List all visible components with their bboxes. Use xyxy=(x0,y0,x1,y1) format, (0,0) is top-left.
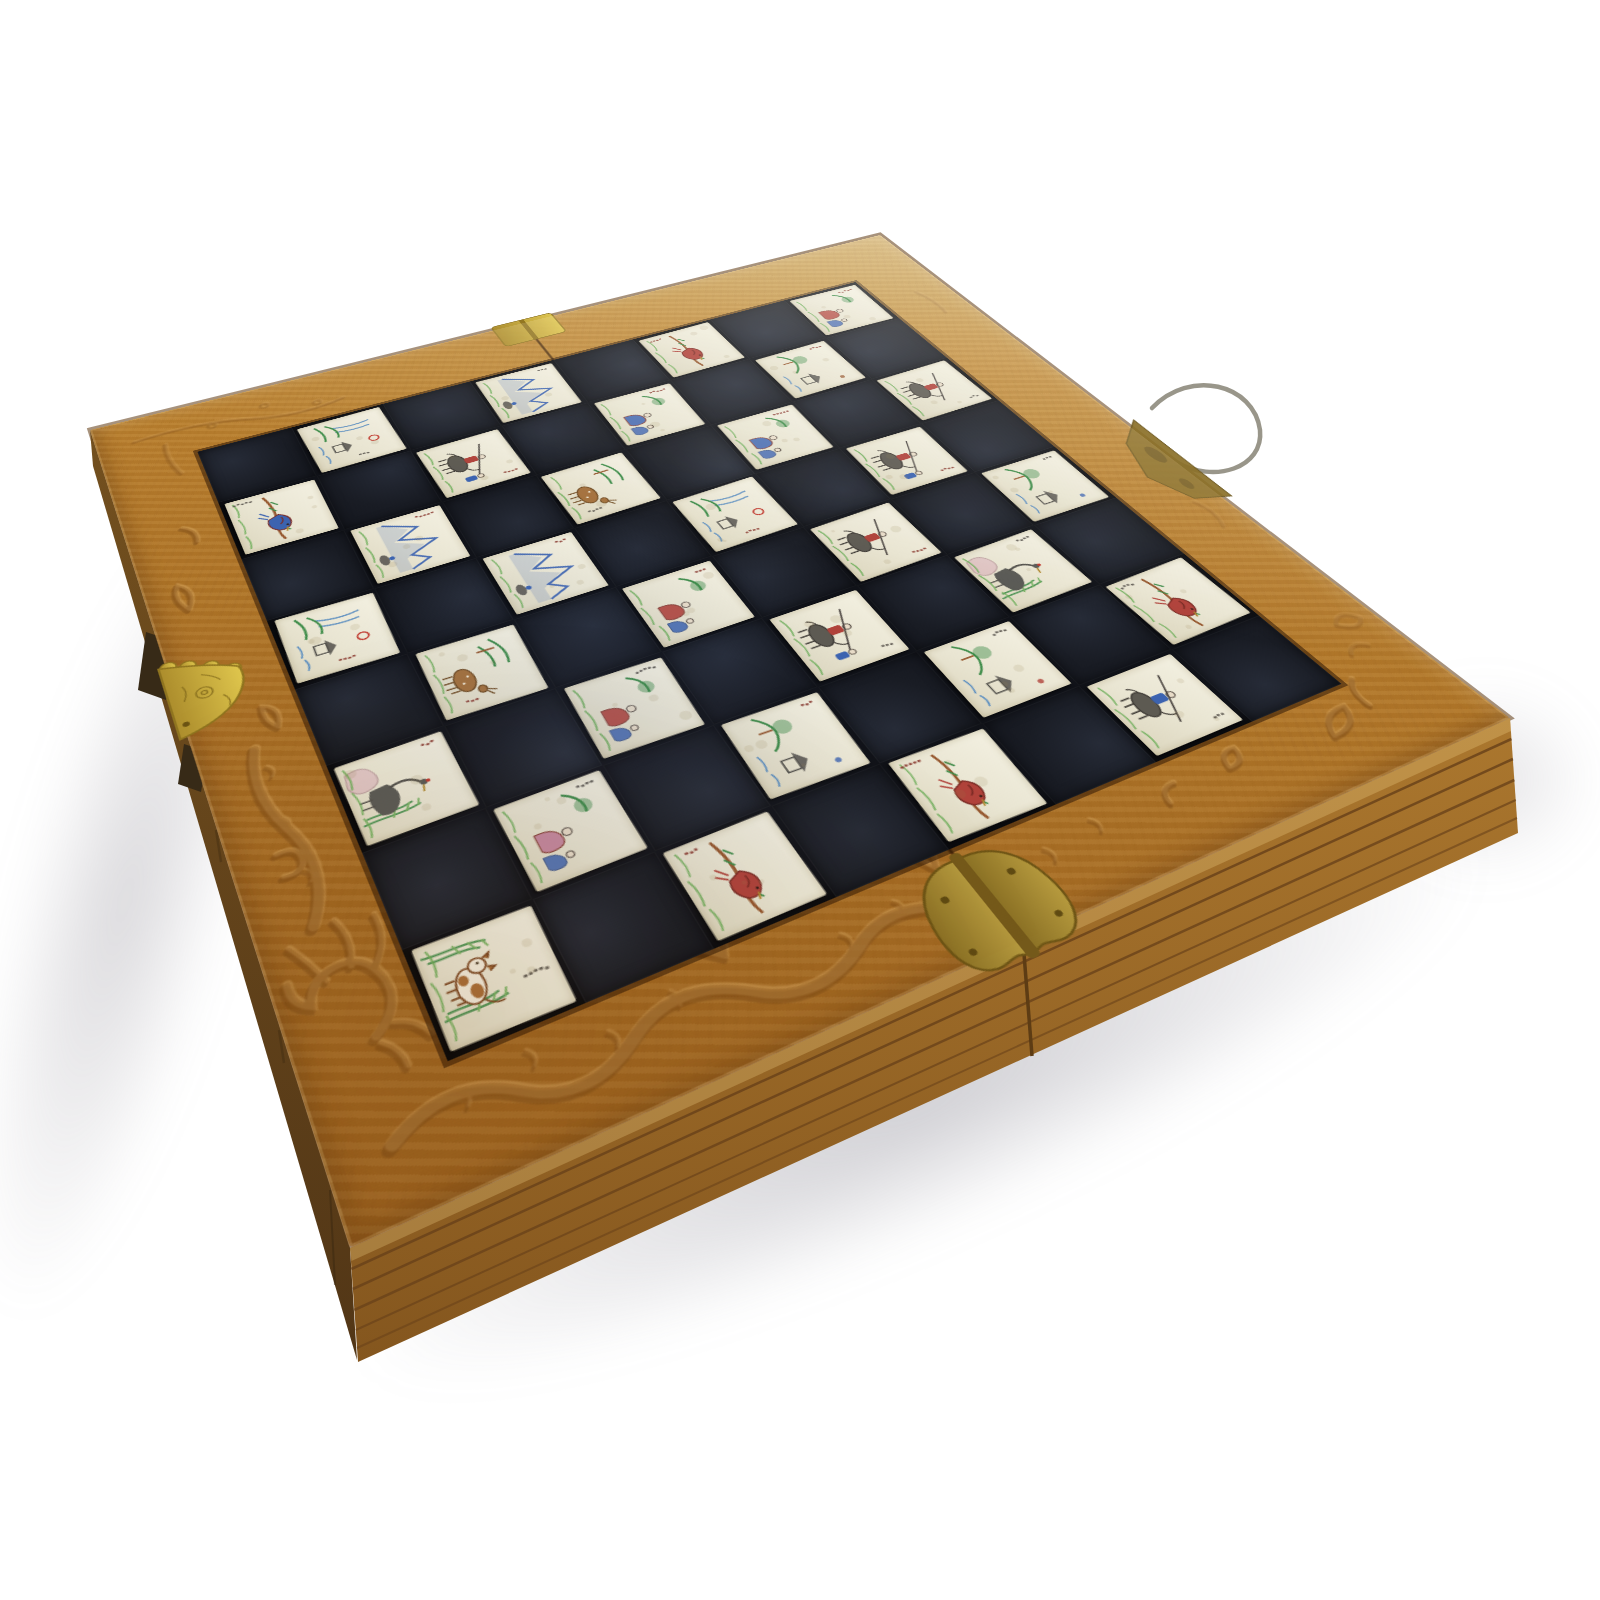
photo-canvas xyxy=(0,0,1600,1600)
latch-etching xyxy=(178,669,232,718)
